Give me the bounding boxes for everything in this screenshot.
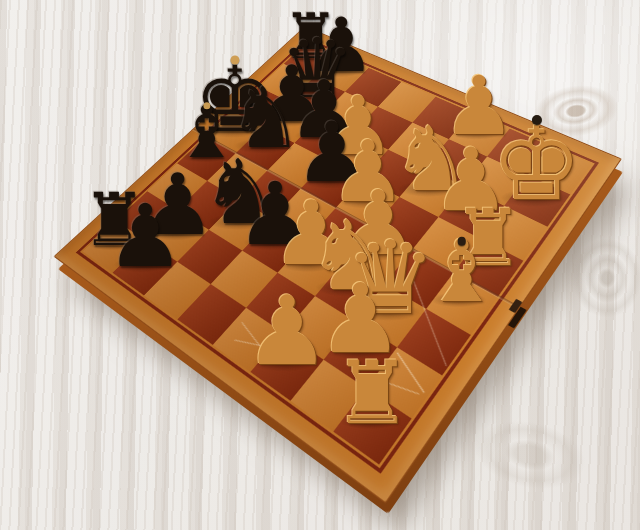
piece-white-P-a3[interactable]: ♟: [244, 284, 330, 380]
scene: ♜♝♚♜♟♟♞♟♛♟♞♟♟♟♟♟♟♟♟♞♟♞♟♛♟♜♝♜♚: [0, 0, 640, 530]
piece-black-P-a7[interactable]: ♟: [106, 193, 184, 280]
wood-knot: [572, 238, 640, 318]
wood-knot: [464, 408, 596, 501]
piece-white-R-a1[interactable]: ♜: [333, 350, 411, 437]
